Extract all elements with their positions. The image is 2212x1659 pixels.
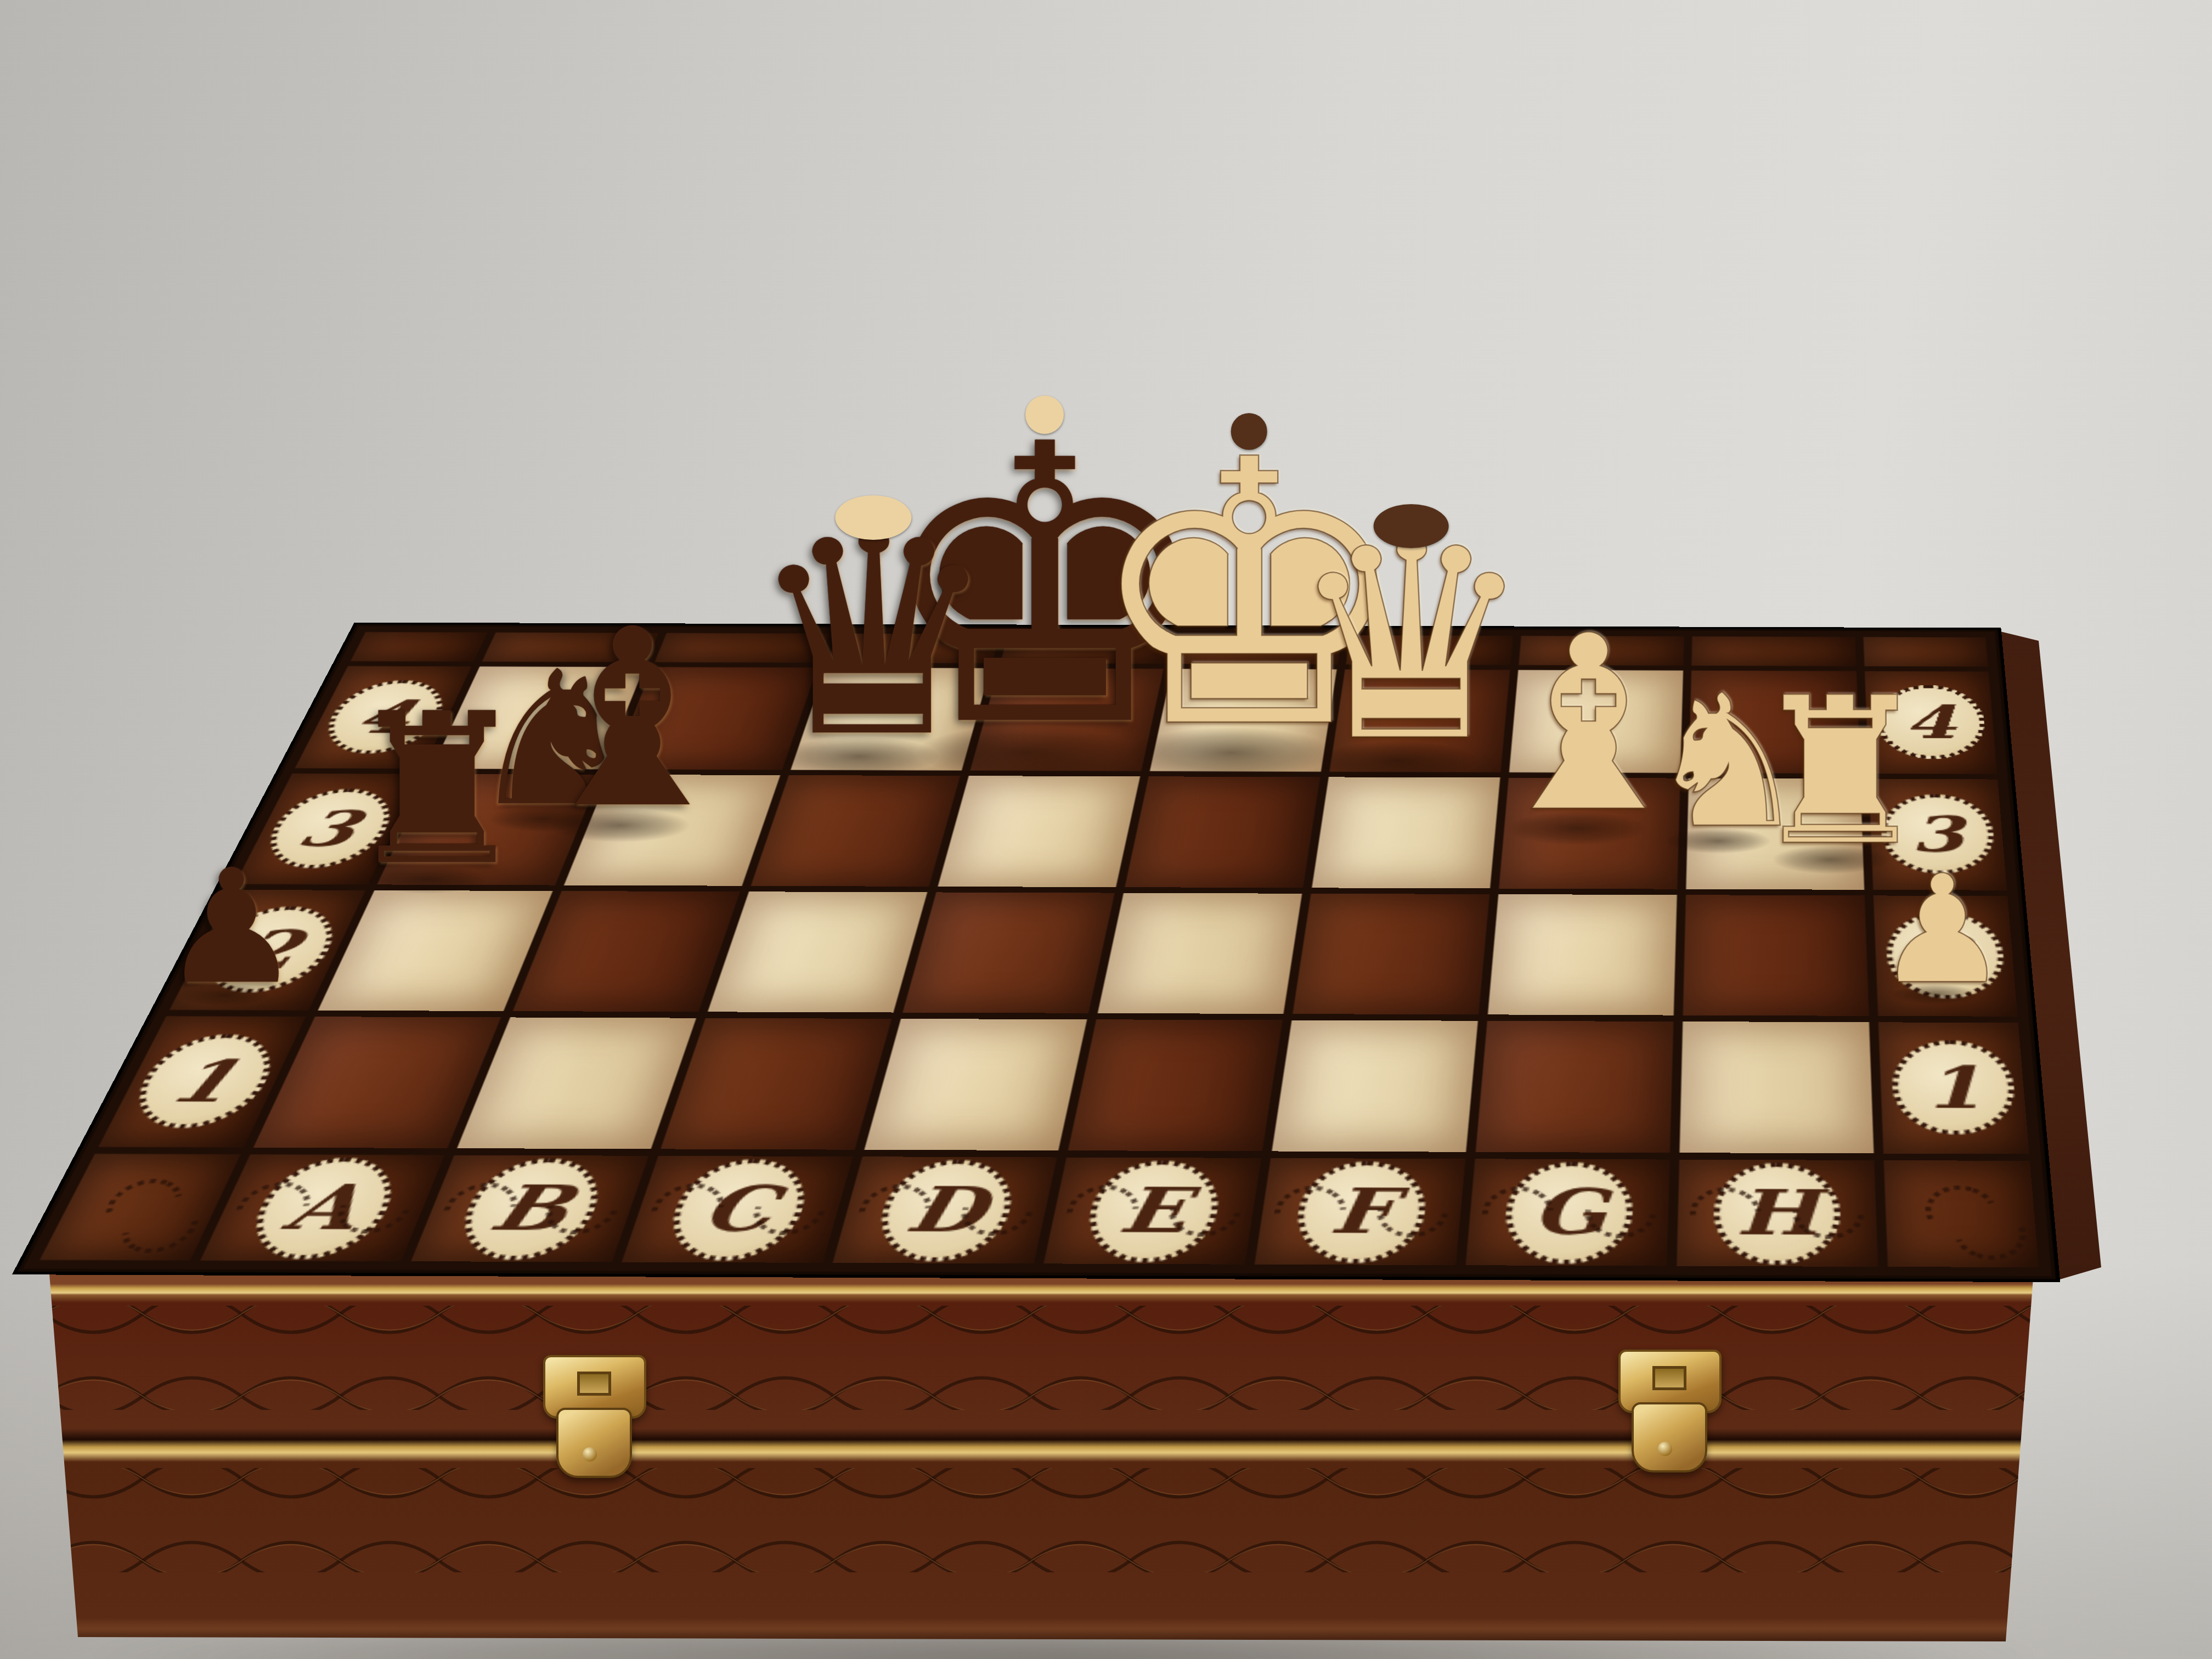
square-h1[interactable] <box>1679 1022 1874 1153</box>
square-e2[interactable] <box>1098 893 1302 1014</box>
square-c1[interactable] <box>661 1018 891 1150</box>
square-f2[interactable] <box>1293 894 1489 1014</box>
file-label-H: H <box>1677 1160 1878 1267</box>
light-pawn[interactable]: ♟ <box>1875 855 2009 1005</box>
king-crown-tip <box>1025 396 1064 434</box>
file-label-G: G <box>1466 1159 1670 1266</box>
square-f1[interactable] <box>1272 1020 1478 1152</box>
king-crown-tip <box>1231 413 1268 450</box>
square-d2[interactable] <box>902 892 1114 1013</box>
square-c2[interactable] <box>708 891 927 1012</box>
file-label-C: C <box>622 1156 853 1263</box>
file-label-B: B <box>411 1155 648 1262</box>
queen-crown-tip <box>1374 504 1449 548</box>
floor-shading <box>0 1262 2212 1659</box>
rank-medallion: 1 <box>119 1034 287 1128</box>
file-label-E: E <box>1043 1158 1261 1265</box>
rank-medallion: 1 <box>1889 1040 2017 1135</box>
rank-label-right-1: 1 <box>1878 1022 2029 1154</box>
file-label-D: D <box>833 1156 1057 1263</box>
square-h2[interactable] <box>1683 895 1869 1016</box>
dark-bishop[interactable]: ♝ <box>522 597 742 842</box>
square-e1[interactable] <box>1068 1019 1283 1151</box>
square-b1[interactable] <box>457 1017 696 1149</box>
scene: 44332211ABCDEFGH ♚♚♛♛♞♝♝♞♜♜♟♟ <box>0 0 2212 1659</box>
file-label-F: F <box>1255 1158 1465 1265</box>
square-d1[interactable] <box>864 1019 1087 1150</box>
corner-frame-cell <box>1884 1160 2039 1267</box>
dark-rook[interactable]: ♜ <box>344 686 531 894</box>
square-b2[interactable] <box>513 891 740 1012</box>
back-frame-cell <box>351 632 488 662</box>
square-g1[interactable] <box>1476 1021 1674 1153</box>
square-g2[interactable] <box>1488 894 1677 1015</box>
dark-pawn[interactable]: ♟ <box>161 849 302 1006</box>
file-label-A: A <box>200 1154 444 1261</box>
queen-crown-tip <box>835 495 911 540</box>
